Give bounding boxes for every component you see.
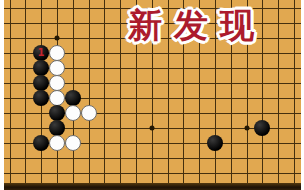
white-stone [49, 45, 65, 61]
white-stone [49, 75, 65, 91]
grid-line-vertical [104, 0, 105, 184]
black-stone [33, 60, 49, 76]
black-stone [33, 75, 49, 91]
white-stone [65, 105, 81, 121]
grid-line-vertical [10, 0, 11, 184]
star-point [54, 36, 59, 41]
grid-line-horizontal [4, 173, 301, 174]
black-stone: 1 [33, 45, 49, 61]
black-stone [33, 90, 49, 106]
black-stone [254, 120, 270, 136]
right-border [301, 0, 304, 190]
board-cut-edge [0, 183, 304, 190]
black-stone [207, 135, 223, 151]
grid-line-vertical [294, 0, 295, 184]
grid-line-vertical [120, 0, 121, 184]
black-stone [49, 120, 65, 136]
black-stone [65, 90, 81, 106]
left-border [0, 0, 4, 190]
white-stone [49, 60, 65, 76]
move-number-label: 1 [38, 48, 45, 58]
go-board-thumbnail[interactable]: 1 新发现 [0, 0, 304, 190]
star-point [149, 126, 154, 131]
title-text: 新发现 [128, 8, 266, 42]
grid-line-vertical [278, 0, 279, 184]
star-point [244, 126, 249, 131]
black-stone [33, 135, 49, 151]
white-stone [49, 135, 65, 151]
grid-line-vertical [25, 0, 26, 184]
black-stone [49, 105, 65, 121]
grid-line-horizontal [4, 158, 301, 159]
grid-line-vertical [89, 0, 90, 184]
white-stone [65, 135, 81, 151]
white-stone [49, 90, 65, 106]
white-stone [81, 105, 97, 121]
